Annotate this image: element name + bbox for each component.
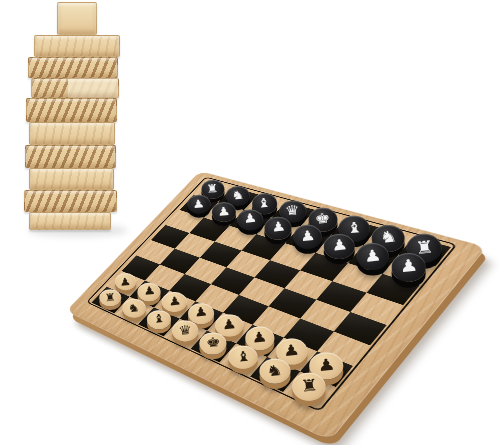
tumbling-tower [24, 2, 136, 230]
wood-block-layer-6 [25, 145, 116, 168]
wood-block-layer-7 [29, 168, 114, 190]
wood-block-layer-9 [29, 212, 111, 230]
wood-block-layer-5 [29, 122, 115, 145]
wood-block-layer-2 [28, 57, 118, 78]
wood-block-cap [57, 2, 97, 35]
wood-block-layer-3 [31, 78, 119, 98]
wood-block-layer-8 [24, 190, 117, 212]
product-photo: ♜♞♝♛♚♝♞♜♟♟♟♟♟♟♟♟♟♟♟♟♟♟♟♟♜♞♝♛♚♝♞♜ [0, 0, 500, 445]
wood-block-layer-4 [26, 98, 117, 122]
wood-block-layer-1 [34, 35, 120, 57]
